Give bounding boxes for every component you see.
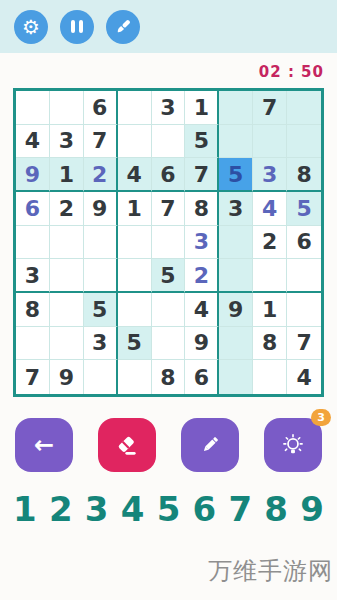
settings-button[interactable]: ⚙ [14, 10, 48, 44]
cell-r5c6[interactable]: 3 [185, 226, 219, 260]
eraser-icon [114, 432, 140, 458]
cell-r5c2[interactable] [50, 226, 84, 260]
numpad-9[interactable]: 9 [300, 492, 324, 526]
cell-r7c2[interactable] [50, 293, 84, 327]
cell-r3c9[interactable]: 8 [287, 158, 321, 192]
cell-r8c5[interactable] [152, 327, 186, 361]
cell-r3c4[interactable]: 4 [118, 158, 152, 192]
cell-r7c8[interactable]: 1 [253, 293, 287, 327]
cell-r2c5[interactable] [152, 125, 186, 159]
cell-r6c5[interactable]: 5 [152, 259, 186, 293]
cell-r5c1[interactable] [16, 226, 50, 260]
cell-r3c2[interactable]: 1 [50, 158, 84, 192]
cell-r1c3[interactable]: 6 [84, 91, 118, 125]
numpad-4[interactable]: 4 [121, 492, 145, 526]
paint-brush-icon [113, 17, 133, 37]
cell-r8c4[interactable]: 5 [118, 327, 152, 361]
cell-r8c1[interactable] [16, 327, 50, 361]
cell-r4c5[interactable]: 7 [152, 192, 186, 226]
cell-r4c1[interactable]: 6 [16, 192, 50, 226]
cell-r8c9[interactable]: 7 [287, 327, 321, 361]
cell-r9c3[interactable] [84, 360, 118, 394]
cell-r7c9[interactable] [287, 293, 321, 327]
hint-count-badge: 3 [311, 409, 331, 426]
cell-r5c5[interactable] [152, 226, 186, 260]
cell-r9c8[interactable] [253, 360, 287, 394]
left-arrow-icon: ← [34, 433, 54, 457]
cell-r8c6[interactable]: 9 [185, 327, 219, 361]
sudoku-app: ⚙ 02 : 50 631743759124675386291783453263… [0, 0, 337, 600]
cell-r1c5[interactable]: 3 [152, 91, 186, 125]
cell-r2c6[interactable]: 5 [185, 125, 219, 159]
cell-r6c8[interactable] [253, 259, 287, 293]
cell-r6c9[interactable] [287, 259, 321, 293]
theme-button[interactable] [106, 10, 140, 44]
cell-r4c6[interactable]: 8 [185, 192, 219, 226]
cell-r6c1[interactable]: 3 [16, 259, 50, 293]
cell-r4c7[interactable]: 3 [219, 192, 253, 226]
cell-r2c7[interactable] [219, 125, 253, 159]
cell-r4c2[interactable]: 2 [50, 192, 84, 226]
cell-r3c7[interactable]: 5 [219, 158, 253, 192]
cell-r6c3[interactable] [84, 259, 118, 293]
cell-r7c1[interactable]: 8 [16, 293, 50, 327]
watermark: 万维手游网 [208, 555, 333, 587]
numpad-3[interactable]: 3 [85, 492, 109, 526]
timer-row: 02 : 50 [0, 53, 337, 81]
numpad-5[interactable]: 5 [157, 492, 181, 526]
cell-r7c7[interactable]: 9 [219, 293, 253, 327]
cell-r1c4[interactable] [118, 91, 152, 125]
hint-button[interactable]: 3 [264, 418, 322, 472]
undo-button[interactable]: ← [15, 418, 73, 472]
pause-button[interactable] [60, 10, 94, 44]
cell-r4c4[interactable]: 1 [118, 192, 152, 226]
cell-r1c6[interactable]: 1 [185, 91, 219, 125]
cell-r2c3[interactable]: 7 [84, 125, 118, 159]
cell-r9c2[interactable]: 9 [50, 360, 84, 394]
timer: 02 : 50 [259, 63, 324, 81]
cell-r9c7[interactable] [219, 360, 253, 394]
cell-r9c4[interactable] [118, 360, 152, 394]
cell-r1c8[interactable]: 7 [253, 91, 287, 125]
cell-r8c2[interactable] [50, 327, 84, 361]
cell-r6c6[interactable]: 2 [185, 259, 219, 293]
cell-r5c3[interactable] [84, 226, 118, 260]
cell-r3c5[interactable]: 6 [152, 158, 186, 192]
action-bar: ← [0, 418, 337, 472]
pencil-icon [198, 433, 222, 457]
cell-r5c9[interactable]: 6 [287, 226, 321, 260]
number-pad: 123456789 [0, 492, 337, 526]
cell-r5c4[interactable] [118, 226, 152, 260]
notes-button[interactable] [181, 418, 239, 472]
cell-r7c5[interactable] [152, 293, 186, 327]
cell-r1c9[interactable] [287, 91, 321, 125]
cell-r7c3[interactable]: 5 [84, 293, 118, 327]
cell-r6c2[interactable] [50, 259, 84, 293]
cell-r4c9[interactable]: 5 [287, 192, 321, 226]
cell-r9c9[interactable]: 4 [287, 360, 321, 394]
cell-r2c2[interactable]: 3 [50, 125, 84, 159]
cell-r9c1[interactable]: 7 [16, 360, 50, 394]
cell-r8c8[interactable]: 8 [253, 327, 287, 361]
cell-r1c7[interactable] [219, 91, 253, 125]
cell-r8c3[interactable]: 3 [84, 327, 118, 361]
cell-r7c4[interactable] [118, 293, 152, 327]
cell-r2c8[interactable] [253, 125, 287, 159]
cell-r1c1[interactable] [16, 91, 50, 125]
cell-r4c8[interactable]: 4 [253, 192, 287, 226]
top-bar: ⚙ [0, 0, 337, 53]
numpad-2[interactable]: 2 [49, 492, 73, 526]
sudoku-board: 6317437591246753862917834532635285491359… [13, 88, 324, 397]
cell-r3c8[interactable]: 3 [253, 158, 287, 192]
cell-r2c1[interactable]: 4 [16, 125, 50, 159]
lightbulb-icon [280, 432, 306, 458]
cell-r2c9[interactable] [287, 125, 321, 159]
cell-r5c7[interactable] [219, 226, 253, 260]
cell-r3c6[interactable]: 7 [185, 158, 219, 192]
cell-r9c6[interactable]: 6 [185, 360, 219, 394]
cell-r1c2[interactable] [50, 91, 84, 125]
cell-r6c7[interactable] [219, 259, 253, 293]
cell-r5c8[interactable]: 2 [253, 226, 287, 260]
cell-r7c6[interactable]: 4 [185, 293, 219, 327]
settings-gear-icon: ⚙ [22, 17, 40, 37]
cell-r6c4[interactable] [118, 259, 152, 293]
numpad-1[interactable]: 1 [13, 492, 37, 526]
cell-r4c3[interactable]: 9 [84, 192, 118, 226]
cell-r8c7[interactable] [219, 327, 253, 361]
numpad-7[interactable]: 7 [228, 492, 252, 526]
cell-r9c5[interactable]: 8 [152, 360, 186, 394]
cell-r3c1[interactable]: 9 [16, 158, 50, 192]
numpad-6[interactable]: 6 [193, 492, 217, 526]
numpad-8[interactable]: 8 [264, 492, 288, 526]
cell-r2c4[interactable] [118, 125, 152, 159]
cell-r3c3[interactable]: 2 [84, 158, 118, 192]
pause-icon [71, 20, 83, 33]
erase-button[interactable] [98, 418, 156, 472]
